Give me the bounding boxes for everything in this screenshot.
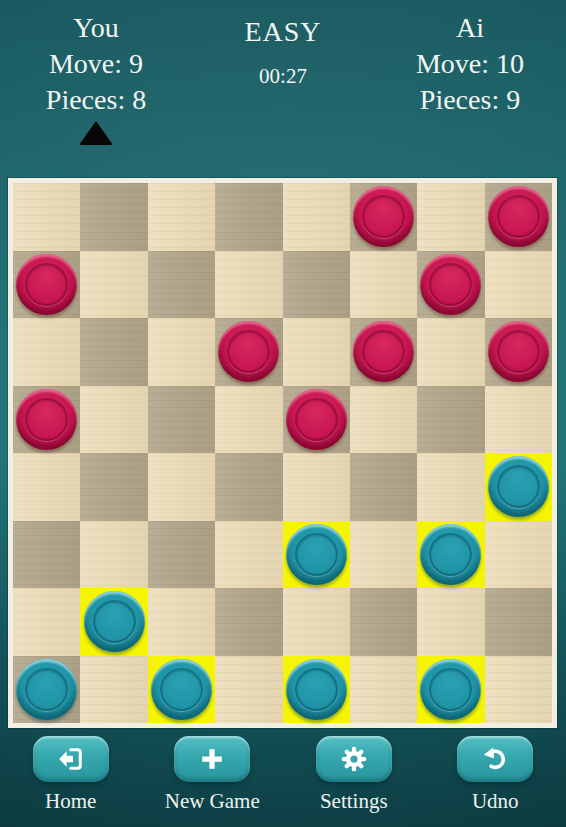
board-cell-r4c2 [148,453,215,521]
board-cell-r1c0[interactable] [13,251,80,319]
red-checker[interactable] [16,389,77,450]
board-cell-r3c2[interactable] [148,386,215,454]
gear-icon [339,744,369,774]
score-header: You Move: 9 Pieces: 8 EASY 00:27 Ai Move… [0,0,566,178]
player-move-count: Move: 9 [0,46,192,82]
center-panel: EASY 00:27 [192,0,374,178]
teal-checker[interactable] [420,524,481,585]
teal-checker[interactable] [488,456,549,517]
teal-checker[interactable] [84,591,145,652]
checkers-board[interactable] [13,183,552,723]
board-cell-r2c0 [13,318,80,386]
board-cell-r2c2 [148,318,215,386]
board-cell-r5c3 [215,521,282,589]
board-cell-r0c6 [417,183,484,251]
board-cell-r7c3 [215,656,282,724]
player-piece-count: Pieces: 8 [0,82,192,118]
board-cell-r6c4 [283,588,350,656]
board-cell-r5c5 [350,521,417,589]
board-cell-r3c0[interactable] [13,386,80,454]
board-cell-r1c1 [80,251,147,319]
board-cell-r0c3[interactable] [215,183,282,251]
home-button-label: Home [45,789,96,814]
teal-checker[interactable] [420,659,481,720]
board-cell-r5c0[interactable] [13,521,80,589]
new-game-toolbar-item: New Game [142,736,284,814]
teal-checker[interactable] [16,659,77,720]
home-button[interactable] [33,736,109,782]
board-cell-r4c1[interactable] [80,453,147,521]
ai-name: Ai [374,10,566,46]
board-cell-r5c7 [485,521,552,589]
board-cell-r4c5[interactable] [350,453,417,521]
board-cell-r3c6[interactable] [417,386,484,454]
settings-button-label: Settings [320,789,388,814]
board-cell-r2c7[interactable] [485,318,552,386]
board-cell-r7c2[interactable] [148,656,215,724]
plus-icon [197,744,227,774]
board-cell-r6c5[interactable] [350,588,417,656]
checkers-board-frame [8,178,557,728]
teal-checker[interactable] [286,524,347,585]
board-cell-r6c6 [417,588,484,656]
ai-panel: Ai Move: 10 Pieces: 9 [374,0,566,178]
board-cell-r2c1[interactable] [80,318,147,386]
board-cell-r3c1 [80,386,147,454]
board-cell-r7c1 [80,656,147,724]
undo-icon [480,744,510,774]
game-timer: 00:27 [192,64,374,88]
board-cell-r7c6[interactable] [417,656,484,724]
undo-button-label: Udno [472,789,519,814]
board-cell-r6c7[interactable] [485,588,552,656]
board-cell-r5c6[interactable] [417,521,484,589]
board-cell-r7c0[interactable] [13,656,80,724]
settings-toolbar-item: Settings [283,736,425,814]
board-cell-r0c1[interactable] [80,183,147,251]
checkers-game-screen: You Move: 9 Pieces: 8 EASY 00:27 Ai Move… [0,0,566,827]
ai-move-count: Move: 10 [374,46,566,82]
board-cell-r2c6 [417,318,484,386]
settings-button[interactable] [316,736,392,782]
board-cell-r6c1[interactable] [80,588,147,656]
new-game-button-label: New Game [165,789,260,814]
board-cell-r1c2[interactable] [148,251,215,319]
red-checker[interactable] [488,186,549,247]
board-cell-r5c4[interactable] [283,521,350,589]
home-toolbar-item: Home [0,736,142,814]
undo-toolbar-item: Udno [425,736,566,814]
board-cell-r3c5 [350,386,417,454]
board-cell-r1c4[interactable] [283,251,350,319]
teal-checker[interactable] [286,659,347,720]
board-cell-r2c5[interactable] [350,318,417,386]
board-cell-r0c7[interactable] [485,183,552,251]
board-cell-r3c4[interactable] [283,386,350,454]
board-cell-r4c6 [417,453,484,521]
board-cell-r4c7[interactable] [485,453,552,521]
red-checker[interactable] [218,321,279,382]
red-checker[interactable] [353,186,414,247]
ai-piece-count: Pieces: 9 [374,82,566,118]
red-checker[interactable] [286,389,347,450]
board-cell-r1c7 [485,251,552,319]
board-cell-r0c5[interactable] [350,183,417,251]
board-cell-r4c0 [13,453,80,521]
board-cell-r7c4[interactable] [283,656,350,724]
board-cell-r6c2 [148,588,215,656]
board-cell-r7c7 [485,656,552,724]
board-cell-r0c0 [13,183,80,251]
board-cell-r1c5 [350,251,417,319]
board-cell-r0c4 [283,183,350,251]
board-cell-r6c0 [13,588,80,656]
exit-icon [56,744,86,774]
board-cell-r0c2 [148,183,215,251]
board-cell-r2c4 [283,318,350,386]
board-cell-r3c3 [215,386,282,454]
red-checker[interactable] [16,254,77,315]
bottom-toolbar: Home New Game [0,736,566,814]
player-name: You [0,10,192,46]
board-cell-r4c3[interactable] [215,453,282,521]
board-cell-r3c7 [485,386,552,454]
board-cell-r2c3[interactable] [215,318,282,386]
difficulty-label: EASY [192,14,374,50]
board-cell-r7c5 [350,656,417,724]
player-panel: You Move: 9 Pieces: 8 [0,0,192,178]
board-cell-r5c2[interactable] [148,521,215,589]
board-cell-r1c3 [215,251,282,319]
red-checker[interactable] [488,321,549,382]
red-checker[interactable] [353,321,414,382]
turn-indicator-triangle [79,121,113,145]
teal-checker[interactable] [151,659,212,720]
board-cell-r4c4 [283,453,350,521]
board-cell-r5c1 [80,521,147,589]
undo-button[interactable] [457,736,533,782]
board-cell-r6c3[interactable] [215,588,282,656]
red-checker[interactable] [420,254,481,315]
new-game-button[interactable] [174,736,250,782]
board-cell-r1c6[interactable] [417,251,484,319]
